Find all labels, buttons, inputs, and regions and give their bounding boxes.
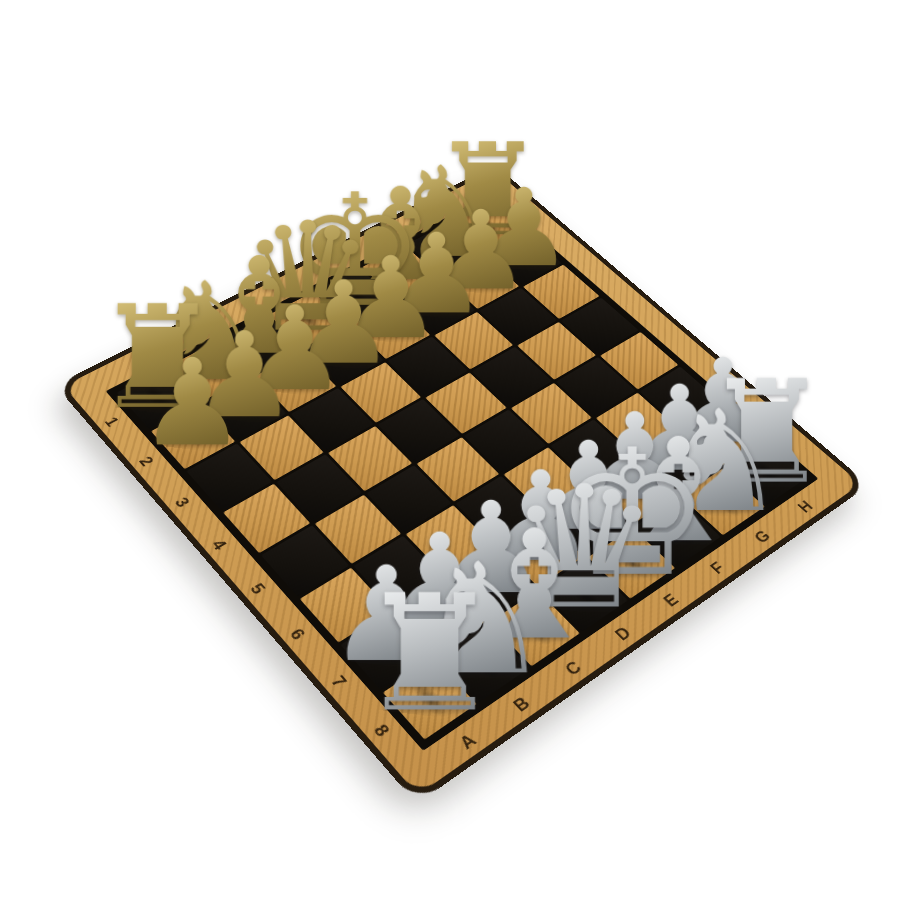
chess-board: 12345678HGFEDCBA ♜♞♟♝♟♚♟♛♟♝♟♞♟♟♜♟♟♜♟♟♞♟♝… (55, 165, 869, 804)
pieces-layer: ♜♞♟♝♟♚♟♛♟♝♟♞♟♟♜♟♟♜♟♟♞♟♝♟♚♟♛♟♝♟♞♜ (63, 170, 860, 795)
pawn-glyph: ♟ (139, 343, 247, 463)
board-tilt-wrapper: 12345678HGFEDCBA ♜♞♟♝♟♚♟♛♟♝♟♞♟♟♜♟♟♜♟♟♞♟♝… (139, 112, 785, 758)
chessboard-scene: 12345678HGFEDCBA ♜♞♟♝♟♚♟♛♟♝♟♞♟♟♜♟♟♜♟♟♞♟♝… (0, 0, 900, 900)
